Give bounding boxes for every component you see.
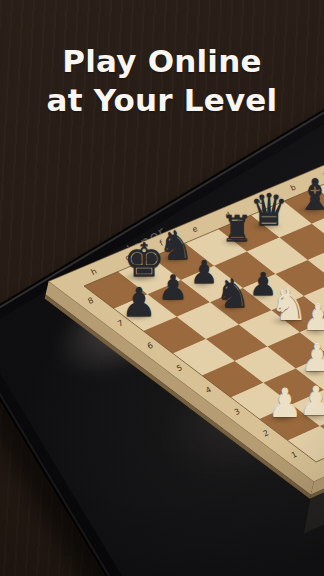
- chess-board: 87654321hgfedcba: [0, 0, 324, 576]
- promo-screenshot: Play Online at Your Level Beginner 87654…: [0, 0, 324, 576]
